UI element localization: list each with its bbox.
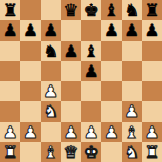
black-bishop-f8[interactable]: ♝ (104, 0, 119, 20)
white-pawn-g3[interactable]: ♟ (124, 101, 139, 121)
square-b3[interactable] (20, 101, 40, 121)
black-pawn-h7[interactable]: ♟ (144, 20, 159, 40)
square-f8[interactable]: ♝ (101, 0, 121, 20)
square-d8[interactable]: ♛ (61, 0, 81, 20)
square-d7[interactable] (61, 20, 81, 40)
white-pawn-e2[interactable]: ♟ (84, 122, 99, 142)
white-rook-a1[interactable]: ♜ (3, 142, 18, 162)
square-f7[interactable]: ♟ (101, 20, 121, 40)
square-e6[interactable]: ♝ (81, 41, 101, 61)
white-queen-d1[interactable]: ♛ (63, 142, 78, 162)
white-pawn-b2[interactable]: ♟ (23, 122, 38, 142)
white-king-e1[interactable]: ♚ (84, 142, 99, 162)
square-a7[interactable]: ♟ (0, 20, 20, 40)
square-c8[interactable] (41, 0, 61, 20)
square-d1[interactable]: ♛ (61, 142, 81, 162)
square-g3[interactable]: ♟ (122, 101, 142, 121)
square-b2[interactable]: ♟ (20, 122, 40, 142)
square-a2[interactable]: ♟ (0, 122, 20, 142)
square-h2[interactable]: ♟ (142, 122, 162, 142)
square-a8[interactable]: ♜ (0, 0, 20, 20)
black-pawn-f7[interactable]: ♟ (104, 20, 119, 40)
square-b8[interactable] (20, 0, 40, 20)
square-a5[interactable] (0, 61, 20, 81)
white-bishop-c1[interactable]: ♝ (43, 142, 58, 162)
white-knight-g1[interactable]: ♞ (124, 142, 139, 162)
square-b6[interactable] (20, 41, 40, 61)
square-g2[interactable]: ♝ (122, 122, 142, 142)
square-d4[interactable] (61, 81, 81, 101)
square-a3[interactable] (0, 101, 20, 121)
square-d3[interactable] (61, 101, 81, 121)
square-h7[interactable]: ♟ (142, 20, 162, 40)
square-c7[interactable]: ♟ (41, 20, 61, 40)
square-g4[interactable] (122, 81, 142, 101)
square-e4[interactable] (81, 81, 101, 101)
square-h4[interactable] (142, 81, 162, 101)
square-b7[interactable]: ♟ (20, 20, 40, 40)
square-g7[interactable]: ♟ (122, 20, 142, 40)
square-c5[interactable] (41, 61, 61, 81)
white-knight-c3[interactable]: ♞ (43, 101, 58, 121)
square-c1[interactable]: ♝ (41, 142, 61, 162)
square-g6[interactable] (122, 41, 142, 61)
square-e1[interactable]: ♚ (81, 142, 101, 162)
square-e8[interactable]: ♚ (81, 0, 101, 20)
white-rook-h1[interactable]: ♜ (144, 142, 159, 162)
square-a4[interactable] (0, 81, 20, 101)
square-f3[interactable] (101, 101, 121, 121)
square-f4[interactable] (101, 81, 121, 101)
square-f5[interactable] (101, 61, 121, 81)
square-e2[interactable]: ♟ (81, 122, 101, 142)
chess-board: ♜♛♚♝♞♜♟♟♟♟♟♟♞♟♝♟♟♞♟♟♟♟♟♟♝♟♜♝♛♚♞♜ (0, 0, 162, 162)
white-pawn-d2[interactable]: ♟ (63, 122, 78, 142)
black-rook-h8[interactable]: ♜ (144, 0, 159, 20)
square-h8[interactable]: ♜ (142, 0, 162, 20)
black-pawn-b7[interactable]: ♟ (23, 20, 38, 40)
square-c4[interactable]: ♟ (41, 81, 61, 101)
white-bishop-g2[interactable]: ♝ (124, 122, 139, 142)
black-queen-d8[interactable]: ♛ (63, 0, 78, 20)
square-d2[interactable]: ♟ (61, 122, 81, 142)
square-e7[interactable] (81, 20, 101, 40)
square-g5[interactable] (122, 61, 142, 81)
square-h6[interactable] (142, 41, 162, 61)
square-e5[interactable]: ♟ (81, 61, 101, 81)
square-e3[interactable] (81, 101, 101, 121)
white-pawn-a2[interactable]: ♟ (3, 122, 18, 142)
black-king-e8[interactable]: ♚ (84, 0, 99, 20)
square-h3[interactable] (142, 101, 162, 121)
square-b5[interactable] (20, 61, 40, 81)
black-pawn-a7[interactable]: ♟ (3, 20, 18, 40)
square-c3[interactable]: ♞ (41, 101, 61, 121)
square-a1[interactable]: ♜ (0, 142, 20, 162)
square-d5[interactable] (61, 61, 81, 81)
square-g1[interactable]: ♞ (122, 142, 142, 162)
square-b4[interactable] (20, 81, 40, 101)
black-rook-a8[interactable]: ♜ (3, 0, 18, 20)
square-f6[interactable] (101, 41, 121, 61)
black-bishop-e6[interactable]: ♝ (84, 41, 99, 61)
square-h5[interactable] (142, 61, 162, 81)
square-g8[interactable]: ♞ (122, 0, 142, 20)
black-pawn-e5[interactable]: ♟ (84, 61, 99, 81)
white-pawn-c4[interactable]: ♟ (43, 81, 58, 101)
square-d6[interactable]: ♟ (61, 41, 81, 61)
square-h1[interactable]: ♜ (142, 142, 162, 162)
square-f2[interactable]: ♟ (101, 122, 121, 142)
white-pawn-h2[interactable]: ♟ (144, 122, 159, 142)
square-a6[interactable] (0, 41, 20, 61)
black-pawn-d6[interactable]: ♟ (63, 41, 78, 61)
black-knight-g8[interactable]: ♞ (124, 0, 139, 20)
black-pawn-c7[interactable]: ♟ (43, 20, 58, 40)
white-pawn-f2[interactable]: ♟ (104, 122, 119, 142)
black-knight-c6[interactable]: ♞ (43, 41, 58, 61)
square-c2[interactable] (41, 122, 61, 142)
square-c6[interactable]: ♞ (41, 41, 61, 61)
black-pawn-g7[interactable]: ♟ (124, 20, 139, 40)
square-b1[interactable] (20, 142, 40, 162)
square-f1[interactable] (101, 142, 121, 162)
